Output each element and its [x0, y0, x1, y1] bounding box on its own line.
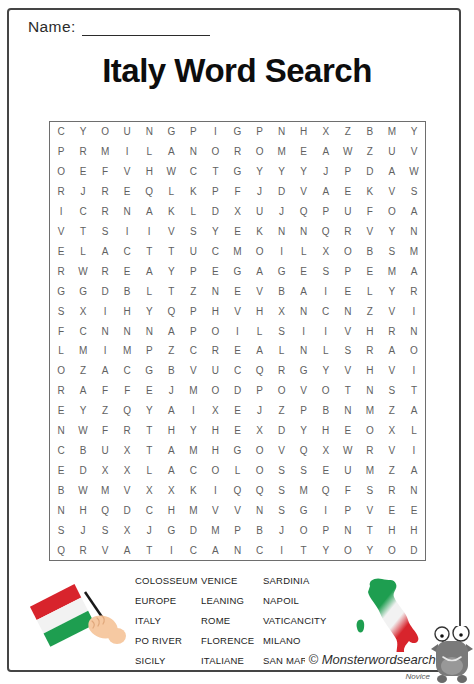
- grid-cell[interactable]: O: [381, 202, 403, 222]
- grid-cell[interactable]: G: [226, 441, 248, 461]
- grid-cell[interactable]: N: [50, 500, 72, 520]
- grid-cell[interactable]: X: [116, 460, 138, 480]
- grid-cell[interactable]: N: [337, 520, 359, 540]
- grid-cell[interactable]: T: [138, 241, 160, 261]
- grid-cell[interactable]: N: [271, 222, 293, 242]
- grid-cell[interactable]: A: [160, 460, 182, 480]
- grid-cell[interactable]: N: [94, 321, 116, 341]
- grid-cell[interactable]: E: [403, 500, 425, 520]
- grid-cell[interactable]: A: [381, 162, 403, 182]
- grid-cell[interactable]: Q: [249, 480, 271, 500]
- grid-cell[interactable]: Y: [359, 540, 381, 560]
- grid-cell[interactable]: N: [116, 321, 138, 341]
- grid-cell[interactable]: I: [293, 321, 315, 341]
- grid-cell[interactable]: C: [315, 301, 337, 321]
- grid-cell[interactable]: S: [50, 301, 72, 321]
- grid-cell[interactable]: E: [226, 281, 248, 301]
- grid-cell[interactable]: X: [116, 520, 138, 540]
- grid-cell[interactable]: E: [50, 401, 72, 421]
- grid-cell[interactable]: L: [315, 341, 337, 361]
- grid-cell[interactable]: S: [315, 261, 337, 281]
- grid-cell[interactable]: R: [94, 182, 116, 202]
- grid-cell[interactable]: Y: [381, 222, 403, 242]
- grid-cell[interactable]: O: [359, 421, 381, 441]
- grid-cell[interactable]: T: [204, 162, 226, 182]
- grid-cell[interactable]: Y: [381, 281, 403, 301]
- grid-cell[interactable]: A: [403, 202, 425, 222]
- grid-cell[interactable]: O: [315, 381, 337, 401]
- grid-cell[interactable]: E: [293, 261, 315, 281]
- grid-cell[interactable]: H: [116, 301, 138, 321]
- grid-cell[interactable]: H: [249, 301, 271, 321]
- grid-cell[interactable]: R: [94, 261, 116, 281]
- grid-cell[interactable]: C: [116, 361, 138, 381]
- grid-cell[interactable]: M: [204, 520, 226, 540]
- grid-cell[interactable]: H: [403, 520, 425, 540]
- grid-cell[interactable]: N: [138, 122, 160, 142]
- grid-cell[interactable]: P: [337, 261, 359, 281]
- grid-cell[interactable]: V: [381, 182, 403, 202]
- grid-cell[interactable]: H: [138, 162, 160, 182]
- grid-cell[interactable]: E: [50, 241, 72, 261]
- grid-cell[interactable]: I: [138, 222, 160, 242]
- grid-cell[interactable]: A: [160, 321, 182, 341]
- grid-cell[interactable]: F: [94, 421, 116, 441]
- grid-cell[interactable]: B: [72, 441, 94, 461]
- grid-cell[interactable]: V: [337, 321, 359, 341]
- grid-cell[interactable]: E: [293, 142, 315, 162]
- grid-cell[interactable]: A: [160, 142, 182, 162]
- grid-cell[interactable]: E: [226, 401, 248, 421]
- grid-cell[interactable]: Q: [249, 361, 271, 381]
- grid-cell[interactable]: B: [315, 401, 337, 421]
- grid-cell[interactable]: I: [315, 281, 337, 301]
- grid-cell[interactable]: I: [50, 202, 72, 222]
- grid-cell[interactable]: G: [72, 281, 94, 301]
- grid-cell[interactable]: Y: [315, 540, 337, 560]
- grid-cell[interactable]: D: [116, 500, 138, 520]
- grid-cell[interactable]: Q: [293, 441, 315, 461]
- grid-cell[interactable]: U: [116, 122, 138, 142]
- grid-cell[interactable]: I: [182, 401, 204, 421]
- grid-cell[interactable]: A: [72, 381, 94, 401]
- grid-cell[interactable]: T: [160, 281, 182, 301]
- grid-cell[interactable]: I: [204, 122, 226, 142]
- grid-cell[interactable]: C: [204, 241, 226, 261]
- grid-cell[interactable]: X: [116, 441, 138, 461]
- grid-cell[interactable]: O: [337, 540, 359, 560]
- grid-cell[interactable]: I: [315, 321, 337, 341]
- grid-cell[interactable]: D: [72, 460, 94, 480]
- grid-cell[interactable]: A: [138, 202, 160, 222]
- grid-cell[interactable]: W: [72, 261, 94, 281]
- grid-cell[interactable]: V: [381, 301, 403, 321]
- grid-cell[interactable]: G: [160, 122, 182, 142]
- grid-cell[interactable]: I: [94, 301, 116, 321]
- grid-cell[interactable]: G: [293, 361, 315, 381]
- grid-cell[interactable]: V: [359, 500, 381, 520]
- grid-cell[interactable]: N: [337, 401, 359, 421]
- grid-cell[interactable]: R: [359, 441, 381, 461]
- grid-cell[interactable]: P: [315, 520, 337, 540]
- grid-cell[interactable]: I: [403, 361, 425, 381]
- grid-cell[interactable]: Q: [94, 500, 116, 520]
- grid-cell[interactable]: Y: [271, 162, 293, 182]
- grid-cell[interactable]: O: [249, 142, 271, 162]
- grid-cell[interactable]: Q: [315, 480, 337, 500]
- grid-cell[interactable]: X: [204, 401, 226, 421]
- grid-cell[interactable]: C: [72, 202, 94, 222]
- grid-cell[interactable]: J: [160, 381, 182, 401]
- grid-cell[interactable]: I: [116, 142, 138, 162]
- grid-cell[interactable]: W: [72, 480, 94, 500]
- grid-cell[interactable]: X: [315, 441, 337, 461]
- grid-cell[interactable]: J: [138, 520, 160, 540]
- grid-cell[interactable]: L: [293, 241, 315, 261]
- grid-cell[interactable]: E: [337, 281, 359, 301]
- grid-cell[interactable]: R: [116, 421, 138, 441]
- grid-cell[interactable]: L: [249, 321, 271, 341]
- grid-cell[interactable]: O: [50, 162, 72, 182]
- grid-cell[interactable]: Y: [293, 421, 315, 441]
- grid-cell[interactable]: A: [204, 540, 226, 560]
- grid-cell[interactable]: G: [226, 122, 248, 142]
- grid-cell[interactable]: Y: [293, 162, 315, 182]
- grid-cell[interactable]: A: [160, 401, 182, 421]
- grid-cell[interactable]: R: [381, 321, 403, 341]
- grid-cell[interactable]: O: [293, 520, 315, 540]
- grid-cell[interactable]: A: [94, 241, 116, 261]
- grid-cell[interactable]: R: [50, 182, 72, 202]
- grid-cell[interactable]: Y: [138, 301, 160, 321]
- grid-cell[interactable]: I: [116, 222, 138, 242]
- grid-cell[interactable]: Q: [50, 540, 72, 560]
- grid-cell[interactable]: I: [315, 500, 337, 520]
- grid-cell[interactable]: A: [403, 261, 425, 281]
- grid-cell[interactable]: N: [293, 301, 315, 321]
- grid-cell[interactable]: M: [226, 241, 248, 261]
- grid-cell[interactable]: O: [249, 441, 271, 461]
- grid-cell[interactable]: T: [337, 381, 359, 401]
- grid-cell[interactable]: E: [359, 261, 381, 281]
- grid-cell[interactable]: A: [94, 361, 116, 381]
- grid-cell[interactable]: X: [315, 122, 337, 142]
- grid-cell[interactable]: K: [249, 222, 271, 242]
- grid-cell[interactable]: F: [337, 480, 359, 500]
- grid-cell[interactable]: Y: [204, 222, 226, 242]
- grid-cell[interactable]: P: [337, 162, 359, 182]
- grid-cell[interactable]: V: [249, 281, 271, 301]
- grid-cell[interactable]: A: [315, 142, 337, 162]
- grid-cell[interactable]: I: [204, 480, 226, 500]
- grid-cell[interactable]: H: [72, 500, 94, 520]
- grid-cell[interactable]: P: [50, 142, 72, 162]
- grid-cell[interactable]: X: [249, 421, 271, 441]
- grid-cell[interactable]: Q: [138, 182, 160, 202]
- grid-cell[interactable]: Z: [381, 401, 403, 421]
- grid-cell[interactable]: M: [359, 401, 381, 421]
- grid-cell[interactable]: G: [50, 281, 72, 301]
- grid-cell[interactable]: E: [116, 182, 138, 202]
- grid-cell[interactable]: Z: [359, 301, 381, 321]
- grid-cell[interactable]: M: [182, 381, 204, 401]
- grid-cell[interactable]: E: [381, 500, 403, 520]
- grid-cell[interactable]: C: [182, 341, 204, 361]
- grid-cell[interactable]: V: [160, 222, 182, 242]
- grid-cell[interactable]: D: [94, 281, 116, 301]
- grid-cell[interactable]: S: [337, 341, 359, 361]
- grid-cell[interactable]: M: [116, 341, 138, 361]
- grid-cell[interactable]: R: [50, 381, 72, 401]
- grid-cell[interactable]: X: [94, 460, 116, 480]
- grid-cell[interactable]: E: [226, 341, 248, 361]
- grid-cell[interactable]: C: [50, 441, 72, 461]
- grid-cell[interactable]: E: [315, 460, 337, 480]
- grid-cell[interactable]: D: [204, 202, 226, 222]
- grid-cell[interactable]: B: [249, 520, 271, 540]
- grid-cell[interactable]: O: [403, 341, 425, 361]
- grid-cell[interactable]: I: [226, 321, 248, 341]
- grid-cell[interactable]: Z: [271, 401, 293, 421]
- grid-cell[interactable]: Y: [138, 401, 160, 421]
- grid-cell[interactable]: N: [249, 500, 271, 520]
- grid-cell[interactable]: T: [138, 441, 160, 461]
- grid-cell[interactable]: S: [271, 460, 293, 480]
- grid-cell[interactable]: V: [359, 222, 381, 242]
- grid-cell[interactable]: O: [94, 122, 116, 142]
- grid-cell[interactable]: H: [293, 122, 315, 142]
- grid-cell[interactable]: R: [72, 142, 94, 162]
- grid-cell[interactable]: F: [50, 321, 72, 341]
- grid-cell[interactable]: E: [337, 421, 359, 441]
- grid-cell[interactable]: L: [403, 421, 425, 441]
- grid-cell[interactable]: S: [182, 222, 204, 242]
- grid-cell[interactable]: P: [204, 182, 226, 202]
- grid-cell[interactable]: R: [337, 222, 359, 242]
- grid-cell[interactable]: E: [50, 460, 72, 480]
- grid-cell[interactable]: Z: [337, 122, 359, 142]
- grid-cell[interactable]: N: [116, 202, 138, 222]
- grid-cell[interactable]: V: [403, 142, 425, 162]
- grid-cell[interactable]: N: [359, 381, 381, 401]
- grid-cell[interactable]: V: [381, 441, 403, 461]
- grid-cell[interactable]: L: [138, 281, 160, 301]
- grid-cell[interactable]: S: [94, 520, 116, 540]
- grid-cell[interactable]: C: [50, 122, 72, 142]
- grid-cell[interactable]: A: [138, 261, 160, 281]
- grid-cell[interactable]: O: [204, 321, 226, 341]
- grid-cell[interactable]: S: [381, 381, 403, 401]
- grid-cell[interactable]: L: [359, 281, 381, 301]
- grid-cell[interactable]: V: [293, 381, 315, 401]
- grid-cell[interactable]: L: [138, 142, 160, 162]
- grid-cell[interactable]: A: [249, 341, 271, 361]
- grid-cell[interactable]: Z: [381, 460, 403, 480]
- grid-cell[interactable]: T: [72, 222, 94, 242]
- grid-cell[interactable]: J: [271, 202, 293, 222]
- grid-cell[interactable]: Y: [72, 401, 94, 421]
- grid-cell[interactable]: P: [182, 301, 204, 321]
- grid-cell[interactable]: R: [72, 540, 94, 560]
- grid-cell[interactable]: H: [359, 321, 381, 341]
- grid-cell[interactable]: B: [50, 480, 72, 500]
- grid-cell[interactable]: E: [72, 162, 94, 182]
- grid-cell[interactable]: O: [204, 142, 226, 162]
- grid-cell[interactable]: W: [160, 162, 182, 182]
- grid-cell[interactable]: C: [182, 162, 204, 182]
- grid-cell[interactable]: C: [182, 540, 204, 560]
- grid-cell[interactable]: E: [226, 421, 248, 441]
- grid-cell[interactable]: B: [160, 361, 182, 381]
- grid-cell[interactable]: Q: [315, 222, 337, 242]
- grid-cell[interactable]: A: [403, 460, 425, 480]
- grid-cell[interactable]: Y: [403, 122, 425, 142]
- grid-cell[interactable]: X: [271, 301, 293, 321]
- grid-cell[interactable]: V: [337, 361, 359, 381]
- grid-cell[interactable]: C: [182, 460, 204, 480]
- grid-cell[interactable]: U: [94, 441, 116, 461]
- grid-cell[interactable]: O: [50, 361, 72, 381]
- grid-cell[interactable]: F: [226, 182, 248, 202]
- grid-cell[interactable]: I: [94, 341, 116, 361]
- grid-cell[interactable]: T: [293, 540, 315, 560]
- grid-cell[interactable]: G: [160, 520, 182, 540]
- grid-cell[interactable]: I: [403, 441, 425, 461]
- grid-cell[interactable]: V: [50, 222, 72, 242]
- grid-cell[interactable]: M: [271, 142, 293, 162]
- grid-cell[interactable]: D: [359, 162, 381, 182]
- grid-cell[interactable]: R: [226, 142, 248, 162]
- grid-cell[interactable]: N: [337, 301, 359, 321]
- grid-cell[interactable]: A: [315, 182, 337, 202]
- grid-cell[interactable]: K: [160, 202, 182, 222]
- grid-cell[interactable]: A: [293, 281, 315, 301]
- grid-cell[interactable]: J: [249, 182, 271, 202]
- grid-cell[interactable]: L: [138, 460, 160, 480]
- grid-cell[interactable]: W: [337, 142, 359, 162]
- grid-cell[interactable]: V: [271, 441, 293, 461]
- grid-cell[interactable]: Y: [315, 361, 337, 381]
- grid-cell[interactable]: W: [403, 162, 425, 182]
- grid-cell[interactable]: O: [204, 381, 226, 401]
- grid-cell[interactable]: W: [337, 441, 359, 461]
- grid-cell[interactable]: V: [116, 480, 138, 500]
- grid-cell[interactable]: O: [337, 241, 359, 261]
- grid-cell[interactable]: X: [226, 202, 248, 222]
- grid-cell[interactable]: Z: [160, 341, 182, 361]
- grid-cell[interactable]: C: [226, 361, 248, 381]
- grid-cell[interactable]: O: [271, 381, 293, 401]
- grid-cell[interactable]: G: [226, 162, 248, 182]
- grid-cell[interactable]: J: [72, 182, 94, 202]
- grid-cell[interactable]: B: [116, 281, 138, 301]
- grid-cell[interactable]: X: [138, 480, 160, 500]
- grid-cell[interactable]: H: [204, 421, 226, 441]
- grid-cell[interactable]: A: [381, 341, 403, 361]
- grid-cell[interactable]: M: [182, 441, 204, 461]
- grid-cell[interactable]: N: [182, 142, 204, 162]
- grid-cell[interactable]: V: [204, 500, 226, 520]
- grid-cell[interactable]: S: [359, 480, 381, 500]
- grid-cell[interactable]: X: [160, 480, 182, 500]
- grid-cell[interactable]: B: [359, 241, 381, 261]
- grid-cell[interactable]: K: [182, 182, 204, 202]
- grid-cell[interactable]: R: [271, 361, 293, 381]
- grid-cell[interactable]: T: [359, 520, 381, 540]
- grid-cell[interactable]: U: [337, 202, 359, 222]
- grid-cell[interactable]: S: [403, 182, 425, 202]
- grid-cell[interactable]: Y: [249, 162, 271, 182]
- grid-cell[interactable]: D: [403, 540, 425, 560]
- grid-cell[interactable]: J: [315, 162, 337, 182]
- grid-cell[interactable]: N: [293, 222, 315, 242]
- grid-cell[interactable]: Q: [116, 401, 138, 421]
- grid-cell[interactable]: C: [72, 321, 94, 341]
- grid-cell[interactable]: Z: [72, 361, 94, 381]
- grid-cell[interactable]: R: [403, 281, 425, 301]
- grid-cell[interactable]: K: [359, 182, 381, 202]
- grid-cell[interactable]: V: [182, 361, 204, 381]
- grid-cell[interactable]: S: [381, 241, 403, 261]
- grid-cell[interactable]: N: [403, 222, 425, 242]
- grid-cell[interactable]: L: [72, 241, 94, 261]
- grid-cell[interactable]: U: [381, 142, 403, 162]
- grid-cell[interactable]: L: [226, 460, 248, 480]
- grid-cell[interactable]: M: [182, 500, 204, 520]
- grid-cell[interactable]: N: [271, 122, 293, 142]
- grid-cell[interactable]: D: [226, 381, 248, 401]
- grid-cell[interactable]: N: [226, 540, 248, 560]
- grid-cell[interactable]: Q: [160, 301, 182, 321]
- grid-cell[interactable]: U: [182, 241, 204, 261]
- grid-cell[interactable]: M: [359, 460, 381, 480]
- grid-cell[interactable]: V: [226, 301, 248, 321]
- grid-cell[interactable]: V: [116, 162, 138, 182]
- grid-cell[interactable]: M: [293, 480, 315, 500]
- grid-cell[interactable]: C: [249, 540, 271, 560]
- grid-cell[interactable]: V: [381, 361, 403, 381]
- grid-cell[interactable]: A: [160, 441, 182, 461]
- grid-cell[interactable]: S: [94, 222, 116, 242]
- grid-cell[interactable]: M: [381, 122, 403, 142]
- grid-cell[interactable]: O: [204, 460, 226, 480]
- grid-cell[interactable]: M: [381, 261, 403, 281]
- grid-cell[interactable]: S: [271, 480, 293, 500]
- grid-cell[interactable]: F: [116, 381, 138, 401]
- grid-cell[interactable]: R: [381, 480, 403, 500]
- grid-cell[interactable]: J: [271, 520, 293, 540]
- grid-cell[interactable]: M: [403, 241, 425, 261]
- grid-cell[interactable]: B: [359, 122, 381, 142]
- grid-cell[interactable]: O: [249, 241, 271, 261]
- grid-cell[interactable]: W: [72, 421, 94, 441]
- grid-cell[interactable]: N: [403, 480, 425, 500]
- grid-cell[interactable]: L: [50, 341, 72, 361]
- grid-cell[interactable]: L: [182, 202, 204, 222]
- grid-cell[interactable]: H: [160, 421, 182, 441]
- grid-cell[interactable]: L: [271, 341, 293, 361]
- grid-cell[interactable]: A: [249, 261, 271, 281]
- grid-cell[interactable]: S: [293, 460, 315, 480]
- grid-cell[interactable]: S: [271, 500, 293, 520]
- grid-cell[interactable]: R: [359, 341, 381, 361]
- grid-cell[interactable]: H: [204, 441, 226, 461]
- grid-cell[interactable]: Z: [94, 401, 116, 421]
- grid-cell[interactable]: Z: [182, 281, 204, 301]
- grid-cell[interactable]: Y: [72, 122, 94, 142]
- grid-cell[interactable]: H: [381, 520, 403, 540]
- grid-cell[interactable]: N: [138, 321, 160, 341]
